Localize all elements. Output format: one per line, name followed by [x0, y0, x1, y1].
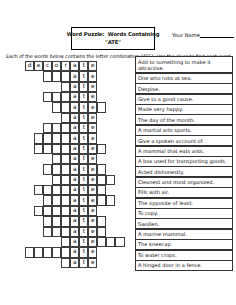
grid-gap [43, 258, 52, 268]
grid-cell-blank-r17c4[interactable] [52, 227, 61, 237]
grid-gap [25, 185, 34, 195]
grid-cell-letter-r11c7: t [79, 164, 88, 174]
grid-gap [25, 82, 34, 92]
grid-cell-letter-r8c8: e [88, 133, 97, 143]
grid-cell-blank-r16c9[interactable] [97, 216, 106, 226]
clue-item-19: To water crops. [135, 250, 233, 261]
grid-cell-letter-r2c7: t [79, 71, 88, 81]
grid-gap [106, 154, 115, 164]
grid-gap [34, 164, 43, 174]
grid-cell-blank-r20c5[interactable] [61, 258, 70, 268]
grid-cell-blank-r18c10[interactable] [106, 237, 115, 247]
clue-item-5: Made very happy. [135, 104, 233, 115]
grid-cell-blank-r13c5[interactable] [61, 185, 70, 195]
page-title-line2: "ATE" [105, 39, 121, 47]
grid-gap [115, 144, 124, 154]
grid-cell-letter-r11c8: e [88, 164, 97, 174]
grid-cell-letter-r12c6: a [70, 175, 79, 185]
grid-gap [34, 113, 43, 123]
grid-gap [106, 71, 115, 81]
clue-item-3: Despise. [135, 83, 233, 94]
grid-cell-letter-r1c3: c [43, 61, 52, 71]
grid-cell-blank-r4c3[interactable] [43, 92, 52, 102]
grid-gap [43, 102, 52, 112]
grid-gap [115, 71, 124, 81]
grid-cell-letter-r18c8: e [88, 237, 97, 247]
grid-gap [106, 258, 115, 268]
clue-list: Add to something to make it attractive.O… [135, 57, 233, 271]
grid-gap [115, 123, 124, 133]
grid-cell-blank-r16c5[interactable] [61, 216, 70, 226]
grid-cell-letter-r5c6: a [70, 102, 79, 112]
grid-cell-blank-r11c5[interactable] [61, 164, 70, 174]
grid-cell-blank-r7c5[interactable] [61, 123, 70, 133]
grid-gap [115, 195, 124, 205]
grid-gap [52, 113, 61, 123]
grid-cell-blank-r9c4[interactable] [52, 144, 61, 154]
grid-cell-blank-r4c5[interactable] [61, 92, 70, 102]
grid-cell-blank-r15c5[interactable] [61, 206, 70, 216]
clue-item-20: A hinged door in a fence. [135, 260, 233, 271]
clue-item-14: The opposite of least. [135, 198, 233, 209]
grid-cell-blank-r12c10[interactable] [106, 175, 115, 185]
grid-cell-blank-r13c9[interactable] [97, 185, 106, 195]
grid-cell-letter-r3c7: t [79, 82, 88, 92]
grid-gap [97, 206, 106, 216]
grid-cell-letter-r2c8: e [88, 71, 97, 81]
grid-gap [25, 154, 34, 164]
grid-cell-letter-r12c8: e [88, 175, 97, 185]
grid-gap [34, 258, 43, 268]
grid-cell-blank-r12c5[interactable] [61, 175, 70, 185]
clue-item-18: The kneecap. [135, 239, 233, 250]
grid-cell-blank-r19c4[interactable] [52, 247, 61, 257]
clue-item-4: Give to a good cause. [135, 94, 233, 105]
grid-gap [25, 216, 34, 226]
grid-cell-blank-r17c3[interactable] [43, 227, 52, 237]
grid-cell-letter-r17c7: t [79, 227, 88, 237]
grid-gap [25, 164, 34, 174]
clue-item-7: A martial arts sports. [135, 125, 233, 136]
grid-cell-letter-r4c6: a [70, 92, 79, 102]
grid-cell-letter-r18c7: t [79, 237, 88, 247]
grid-cell-letter-r12c7: t [79, 175, 88, 185]
grid-cell-letter-r6c8: e [88, 113, 97, 123]
grid-cell-blank-r8c4[interactable] [52, 133, 61, 143]
clue-item-1: Add to something to make it attractive. [135, 56, 233, 73]
grid-cell-letter-r7c6: a [70, 123, 79, 133]
grid-gap [43, 154, 52, 164]
grid-gap [106, 113, 115, 123]
grid-gap [106, 123, 115, 133]
grid-gap [106, 102, 115, 112]
grid-gap [34, 237, 43, 247]
grid-cell-blank-r12c9[interactable] [97, 175, 106, 185]
grid-gap [25, 195, 34, 205]
grid-cell-letter-r15c6: a [70, 206, 79, 216]
grid-gap [115, 185, 124, 195]
grid-gap [34, 195, 43, 205]
grid-gap [97, 258, 106, 268]
grid-gap [115, 216, 124, 226]
grid-gap [25, 133, 34, 143]
grid-cell-blank-r4c4[interactable] [52, 92, 61, 102]
grid-gap [97, 154, 106, 164]
grid-cell-blank-r5c9[interactable] [97, 102, 106, 112]
grid-cell-blank-r14c9[interactable] [97, 195, 106, 205]
grid-cell-blank-r19c3[interactable] [43, 247, 52, 257]
grid-gap [97, 123, 106, 133]
grid-cell-letter-r20c6: a [70, 258, 79, 268]
grid-cell-letter-r3c8: e [88, 82, 97, 92]
grid-cell-blank-r11c9[interactable] [97, 164, 106, 174]
grid-cell-blank-r12c4[interactable] [52, 175, 61, 185]
grid-cell-letter-r4c8: e [88, 92, 97, 102]
grid-gap [34, 92, 43, 102]
grid-gap [115, 247, 124, 257]
name-row: Your Name [172, 31, 234, 38]
grid-gap [115, 61, 124, 71]
grid-gap [25, 206, 34, 216]
grid-cell-letter-r19c8: e [88, 247, 97, 257]
grid-cell-blank-r5c4[interactable] [52, 102, 61, 112]
grid-gap [106, 92, 115, 102]
grid-gap [106, 144, 115, 154]
grid-gap [25, 258, 34, 268]
grid-cell-letter-r19c7: t [79, 247, 88, 257]
grid-gap [106, 82, 115, 92]
grid-cell-letter-r4c7: t [79, 92, 88, 102]
clue-item-11: Acted dishonestly. [135, 166, 233, 177]
grid-gap [52, 258, 61, 268]
grid-cell-letter-r9c6: a [70, 144, 79, 154]
grid-gap [106, 61, 115, 71]
grid-cell-blank-r19c2[interactable] [34, 247, 43, 257]
grid-gap [106, 227, 115, 237]
grid-cell-blank-r14c5[interactable] [61, 195, 70, 205]
grid-cell-blank-r8c3[interactable] [43, 133, 52, 143]
grid-cell-blank-r15c3[interactable] [43, 206, 52, 216]
grid-cell-letter-r5c8: e [88, 102, 97, 112]
grid-cell-letter-r1c2: e [34, 61, 43, 71]
grid-gap [97, 82, 106, 92]
grid-cell-blank-r18c5[interactable] [61, 237, 70, 247]
grid-gap [97, 247, 106, 257]
grid-cell-letter-r15c8: e [88, 206, 97, 216]
grid-gap [115, 133, 124, 143]
grid-cell-letter-r15c7: t [79, 206, 88, 216]
grid-gap [115, 154, 124, 164]
answer-grid: decorateateateateateateateateateateateat… [25, 61, 125, 268]
grid-gap [25, 144, 34, 154]
grid-cell-letter-r18c6: a [70, 237, 79, 247]
grid-cell-blank-r9c2[interactable] [34, 144, 43, 154]
grid-cell-blank-r13c3[interactable] [43, 185, 52, 195]
grid-cell-letter-r7c7: t [79, 123, 88, 133]
grid-cell-letter-r5c7: t [79, 102, 88, 112]
grid-cell-letter-r3c6: a [70, 82, 79, 92]
grid-cell-letter-r7c8: e [88, 123, 97, 133]
grid-gap [25, 102, 34, 112]
grid-cell-letter-r19c6: a [70, 247, 79, 257]
clue-item-2: One who robs at sea. [135, 73, 233, 84]
grid-cell-letter-r8c7: t [79, 133, 88, 143]
grid-cell-blank-r14c4[interactable] [52, 195, 61, 205]
grid-gap [34, 175, 43, 185]
page-title-line1: Word Puzzle: Words Containing [67, 31, 160, 39]
name-blank-line[interactable] [200, 31, 234, 38]
grid-cell-blank-r14c3[interactable] [43, 195, 52, 205]
grid-gap [34, 102, 43, 112]
grid-gap [97, 61, 106, 71]
grid-cell-blank-r7c4[interactable] [52, 123, 61, 133]
grid-cell-blank-r9c9[interactable] [97, 144, 106, 154]
name-label: Your Name [172, 32, 200, 38]
grid-cell-letter-r14c7: t [79, 195, 88, 205]
grid-cell-blank-r5c5[interactable] [61, 102, 70, 112]
grid-cell-blank-r16c3[interactable] [43, 216, 52, 226]
grid-gap [106, 206, 115, 216]
grid-cell-letter-r8c6: a [70, 133, 79, 143]
grid-gap [97, 71, 106, 81]
grid-cell-blank-r19c5[interactable] [61, 247, 70, 257]
grid-gap [25, 123, 34, 133]
grid-gap [43, 82, 52, 92]
grid-cell-letter-r6c7: t [79, 113, 88, 123]
grid-gap [25, 227, 34, 237]
grid-cell-letter-r1c4: o [52, 61, 61, 71]
grid-cell-letter-r9c7: t [79, 144, 88, 154]
grid-gap [34, 82, 43, 92]
grid-gap [34, 216, 43, 226]
grid-cell-blank-r17c5[interactable] [61, 227, 70, 237]
grid-cell-letter-r13c7: t [79, 185, 88, 195]
grid-cell-letter-r16c6: a [70, 216, 79, 226]
grid-cell-blank-r16c4[interactable] [52, 216, 61, 226]
grid-cell-blank-r18c9[interactable] [97, 237, 106, 247]
clue-item-6: The day of the month. [135, 114, 233, 125]
grid-cell-letter-r11c6: a [70, 164, 79, 174]
grid-cell-blank-r15c4[interactable] [52, 206, 61, 216]
grid-cell-letter-r20c8: e [88, 258, 97, 268]
grid-gap [115, 82, 124, 92]
grid-cell-blank-r10c5[interactable] [61, 154, 70, 164]
grid-cell-blank-r8c5[interactable] [61, 133, 70, 143]
grid-cell-blank-r15c2[interactable] [34, 206, 43, 216]
grid-gap [115, 175, 124, 185]
clue-item-10: A box used for transporting goods. [135, 156, 233, 167]
grid-gap [115, 164, 124, 174]
grid-gap [25, 113, 34, 123]
grid-cell-blank-r17c9[interactable] [97, 227, 106, 237]
grid-cell-blank-r3c5[interactable] [61, 82, 70, 92]
grid-cell-blank-r6c5[interactable] [61, 113, 70, 123]
grid-cell-blank-r11c3[interactable] [43, 164, 52, 174]
grid-gap [115, 258, 124, 268]
grid-cell-letter-r6c6: a [70, 113, 79, 123]
grid-cell-letter-r20c7: t [79, 258, 88, 268]
grid-gap [115, 92, 124, 102]
worksheet-page: Word Puzzle: Words Containing "ATE" Your… [0, 0, 236, 305]
grid-gap [25, 71, 34, 81]
clue-item-15: To copy. [135, 208, 233, 219]
grid-cell-blank-r13c2[interactable] [34, 185, 43, 195]
grid-cell-letter-r10c6: a [70, 154, 79, 164]
grid-cell-letter-r1c6: a [70, 61, 79, 71]
grid-cell-letter-r17c8: e [88, 227, 97, 237]
grid-gap [43, 175, 52, 185]
grid-cell-letter-r13c6: a [70, 185, 79, 195]
grid-gap [34, 227, 43, 237]
grid-gap [97, 92, 106, 102]
grid-cell-letter-r10c8: e [88, 154, 97, 164]
grid-cell-letter-r1c1: d [25, 61, 34, 71]
clue-item-13: Fills with air. [135, 187, 233, 198]
grid-gap [106, 133, 115, 143]
grid-cell-letter-r17c6: a [70, 227, 79, 237]
grid-gap [106, 164, 115, 174]
title-box: Word Puzzle: Words Containing "ATE" [71, 27, 155, 50]
grid-cell-letter-r1c8: e [88, 61, 97, 71]
grid-gap [106, 247, 115, 257]
grid-gap [25, 175, 34, 185]
grid-cell-blank-r14c10[interactable] [106, 195, 115, 205]
clue-item-9: A mammal that eats ants. [135, 146, 233, 157]
grid-cell-letter-r14c6: a [70, 195, 79, 205]
grid-gap [52, 82, 61, 92]
grid-gap [43, 237, 52, 247]
grid-gap [25, 92, 34, 102]
grid-cell-blank-r9c3[interactable] [43, 144, 52, 154]
grid-cell-blank-r2c3[interactable] [43, 71, 52, 81]
grid-cell-blank-r9c5[interactable] [61, 144, 70, 154]
grid-gap [34, 154, 43, 164]
grid-gap [97, 113, 106, 123]
grid-cell-letter-r14c8: e [88, 195, 97, 205]
grid-cell-letter-r1c5: r [61, 61, 70, 71]
grid-cell-letter-r16c8: e [88, 216, 97, 226]
grid-cell-blank-r18c11[interactable] [115, 237, 124, 247]
grid-gap [25, 237, 34, 247]
grid-gap [34, 71, 43, 81]
grid-cell-blank-r8c2[interactable] [34, 133, 43, 143]
grid-cell-blank-r19c1[interactable] [25, 247, 34, 257]
grid-gap [115, 227, 124, 237]
clue-item-17: A marine mammal. [135, 229, 233, 240]
grid-cell-letter-r13c8: e [88, 185, 97, 195]
grid-cell-blank-r7c3[interactable] [43, 123, 52, 133]
grid-cell-letter-r16c7: t [79, 216, 88, 226]
grid-gap [34, 123, 43, 133]
grid-gap [115, 206, 124, 216]
clue-item-12: Cleanest and most organized. [135, 177, 233, 188]
grid-cell-letter-r2c6: a [70, 71, 79, 81]
grid-gap [97, 133, 106, 143]
grid-gap [115, 102, 124, 112]
clue-item-8: Give a spoken account of. [135, 135, 233, 146]
grid-cell-letter-r10c7: t [79, 154, 88, 164]
grid-cell-letter-r9c8: e [88, 144, 97, 154]
clue-item-16: Swollen. [135, 218, 233, 229]
grid-cell-blank-r13c4[interactable] [52, 185, 61, 195]
grid-gap [106, 216, 115, 226]
grid-gap [43, 113, 52, 123]
grid-gap [115, 113, 124, 123]
grid-gap [106, 185, 115, 195]
grid-cell-blank-r2c4[interactable] [52, 71, 61, 81]
grid-cell-blank-r10c4[interactable] [52, 154, 61, 164]
grid-gap [52, 237, 61, 247]
grid-cell-letter-r1c7: t [79, 61, 88, 71]
grid-cell-blank-r2c5[interactable] [61, 71, 70, 81]
grid-cell-blank-r11c4[interactable] [52, 164, 61, 174]
